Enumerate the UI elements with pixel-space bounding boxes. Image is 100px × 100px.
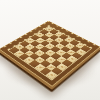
black-pawn-glyph: ♟ [67,40,73,47]
square-h1[interactable]: ♜ [46,71,58,79]
square-e5[interactable] [50,46,60,52]
chess-set-photo: ♜♞♝♛♚♝♞♜♟♟♟♟♟♟♟♟♟♟♟♟♟♟♟♟♜♞♝♛♚♝♞♜ [0,0,100,100]
black-pawn-glyph: ♟ [78,46,84,53]
black-pawn-glyph: ♟ [72,43,78,50]
white-rook-glyph: ♜ [47,67,54,76]
